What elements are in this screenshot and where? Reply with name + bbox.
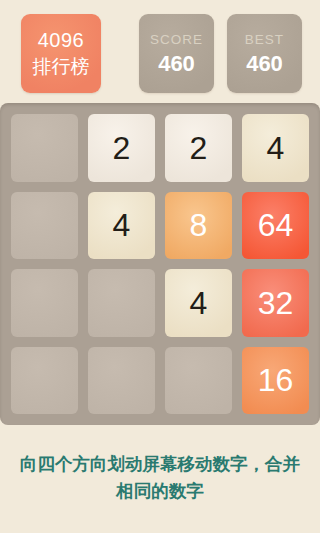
tile-8: 8 <box>165 192 232 260</box>
empty-cell <box>11 192 78 260</box>
tile-64: 64 <box>242 192 309 260</box>
empty-cell <box>11 114 78 182</box>
score-label: SCORE <box>150 30 203 50</box>
tile-4: 4 <box>165 269 232 337</box>
leaderboard-button-title: 4096 <box>38 27 85 54</box>
best-label: BEST <box>245 30 284 50</box>
instructions-line2: 相同的数字 <box>0 478 320 505</box>
score-value: 460 <box>158 50 195 78</box>
leaderboard-button-subtitle: 排行榜 <box>33 54 90 80</box>
instructions-text: 向四个方向划动屏幕移动数字，合并 相同的数字 <box>0 451 320 505</box>
tile-32: 32 <box>242 269 309 337</box>
tile-2: 2 <box>165 114 232 182</box>
leaderboard-button[interactable]: 4096 排行榜 <box>21 14 101 93</box>
score-box: SCORE 460 <box>139 14 214 93</box>
tile-4: 4 <box>88 192 155 260</box>
empty-cell <box>11 269 78 337</box>
empty-cell <box>88 347 155 415</box>
tile-16: 16 <box>242 347 309 415</box>
instructions-line1: 向四个方向划动屏幕移动数字，合并 <box>0 451 320 478</box>
game-board[interactable]: 224486443216 <box>0 103 320 425</box>
empty-cell <box>88 269 155 337</box>
tile-2: 2 <box>88 114 155 182</box>
tile-4: 4 <box>242 114 309 182</box>
header-bar: 4096 排行榜 SCORE 460 BEST 460 <box>21 14 302 93</box>
game-screen: { "game": "2048-style sliding tile puzzl… <box>0 0 320 533</box>
empty-cell <box>11 347 78 415</box>
best-value: 460 <box>246 50 283 78</box>
best-box: BEST 460 <box>227 14 302 93</box>
empty-cell <box>165 347 232 415</box>
